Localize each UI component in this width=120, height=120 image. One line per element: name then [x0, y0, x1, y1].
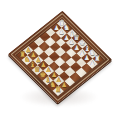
board-grid: ♜♞♝♛♚♝♞♜♟♟♟♟♟♟♟♟♟♟♟♟♟♟♟♟♜♞♝♛♚♝♞♜	[17, 19, 103, 96]
chessboard-photo: ♜♞♝♛♚♝♞♜♟♟♟♟♟♟♟♟♟♟♟♟♟♟♟♟♜♞♝♛♚♝♞♜	[0, 0, 120, 120]
